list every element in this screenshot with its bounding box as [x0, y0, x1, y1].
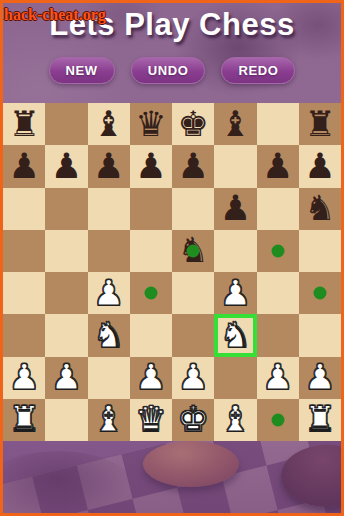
black-queen: ♛: [135, 107, 166, 142]
square-d3[interactable]: [130, 314, 172, 356]
white-pawn: ♟: [177, 360, 208, 395]
black-bishop: ♝: [93, 107, 124, 142]
square-h7[interactable]: ♟: [299, 145, 341, 187]
redo-button[interactable]: REDO: [221, 57, 295, 84]
square-a1[interactable]: ♜: [3, 399, 45, 441]
white-king: ♚: [177, 402, 208, 437]
square-d4[interactable]: [130, 272, 172, 314]
white-queen: ♛: [135, 402, 166, 437]
move-hint-dot: [313, 287, 326, 300]
square-c3[interactable]: ♞: [88, 314, 130, 356]
white-pawn: ♟: [51, 360, 82, 395]
white-pawn: ♟: [8, 360, 39, 395]
square-f2[interactable]: [214, 357, 256, 399]
square-c8[interactable]: ♝: [88, 103, 130, 145]
square-a7[interactable]: ♟: [3, 145, 45, 187]
toolbar: NEW UNDO REDO: [3, 57, 341, 84]
black-pawn: ♟: [8, 149, 39, 184]
square-e5[interactable]: ♞: [172, 230, 214, 272]
square-c7[interactable]: ♟: [88, 145, 130, 187]
square-a3[interactable]: [3, 314, 45, 356]
black-rook: ♜: [304, 107, 335, 142]
square-d7[interactable]: ♟: [130, 145, 172, 187]
white-bishop: ♝: [220, 402, 251, 437]
square-c6[interactable]: [88, 188, 130, 230]
undo-button[interactable]: UNDO: [131, 57, 206, 84]
black-pawn: ♟: [135, 149, 166, 184]
square-g3[interactable]: [257, 314, 299, 356]
square-f7[interactable]: [214, 145, 256, 187]
square-f1[interactable]: ♝: [214, 399, 256, 441]
square-b2[interactable]: ♟: [45, 357, 87, 399]
white-pawn: ♟: [262, 360, 293, 395]
square-b5[interactable]: [45, 230, 87, 272]
square-g2[interactable]: ♟: [257, 357, 299, 399]
watermark: hack-cheat.org: [4, 6, 106, 24]
square-c2[interactable]: [88, 357, 130, 399]
square-f8[interactable]: ♝: [214, 103, 256, 145]
white-pawn: ♟: [135, 360, 166, 395]
square-h4[interactable]: [299, 272, 341, 314]
white-pawn: ♟: [93, 276, 124, 311]
app-screen: Lets Play Chess NEW UNDO REDO ♜♝♛♚♝♜♟♟♟♟…: [0, 0, 344, 516]
square-h6[interactable]: ♞: [299, 188, 341, 230]
square-f5[interactable]: [214, 230, 256, 272]
square-b3[interactable]: [45, 314, 87, 356]
square-e6[interactable]: [172, 188, 214, 230]
square-d1[interactable]: ♛: [130, 399, 172, 441]
photo-purple-overlay: [3, 441, 341, 513]
square-c5[interactable]: [88, 230, 130, 272]
square-f6[interactable]: ♟: [214, 188, 256, 230]
square-h5[interactable]: [299, 230, 341, 272]
chess-board: ♜♝♛♚♝♜♟♟♟♟♟♟♟♟♞♞♟♟♞♞♟♟♟♟♟♟♜♝♛♚♝♜: [3, 103, 341, 441]
square-e1[interactable]: ♚: [172, 399, 214, 441]
square-d2[interactable]: ♟: [130, 357, 172, 399]
white-knight: ♞: [93, 318, 124, 353]
black-knight: ♞: [304, 191, 335, 226]
black-pawn: ♟: [177, 149, 208, 184]
square-b6[interactable]: [45, 188, 87, 230]
black-rook: ♜: [8, 107, 39, 142]
move-hint-dot: [144, 287, 157, 300]
square-f4[interactable]: ♟: [214, 272, 256, 314]
move-hint-dot: [271, 413, 284, 426]
square-a5[interactable]: [3, 230, 45, 272]
square-g6[interactable]: [257, 188, 299, 230]
square-d5[interactable]: [130, 230, 172, 272]
white-knight: ♞: [220, 318, 251, 353]
square-e7[interactable]: ♟: [172, 145, 214, 187]
black-king: ♚: [177, 107, 208, 142]
square-g5[interactable]: [257, 230, 299, 272]
move-hint-dot: [271, 244, 284, 257]
white-pawn: ♟: [220, 276, 251, 311]
black-pawn: ♟: [220, 191, 251, 226]
square-a8[interactable]: ♜: [3, 103, 45, 145]
square-b1[interactable]: [45, 399, 87, 441]
square-b4[interactable]: [45, 272, 87, 314]
square-g1[interactable]: [257, 399, 299, 441]
square-a2[interactable]: ♟: [3, 357, 45, 399]
square-c4[interactable]: ♟: [88, 272, 130, 314]
black-pawn: ♟: [51, 149, 82, 184]
white-rook: ♜: [8, 402, 39, 437]
square-b7[interactable]: ♟: [45, 145, 87, 187]
square-a4[interactable]: [3, 272, 45, 314]
square-g8[interactable]: [257, 103, 299, 145]
square-f3[interactable]: ♞: [214, 314, 256, 356]
square-e2[interactable]: ♟: [172, 357, 214, 399]
white-bishop: ♝: [93, 402, 124, 437]
square-e8[interactable]: ♚: [172, 103, 214, 145]
new-button[interactable]: NEW: [49, 57, 115, 84]
square-g7[interactable]: ♟: [257, 145, 299, 187]
square-h3[interactable]: [299, 314, 341, 356]
square-d8[interactable]: ♛: [130, 103, 172, 145]
square-e4[interactable]: [172, 272, 214, 314]
square-h2[interactable]: ♟: [299, 357, 341, 399]
square-e3[interactable]: [172, 314, 214, 356]
square-c1[interactable]: ♝: [88, 399, 130, 441]
white-pawn: ♟: [304, 360, 335, 395]
square-h1[interactable]: ♜: [299, 399, 341, 441]
square-d6[interactable]: [130, 188, 172, 230]
move-hint-dot: [187, 244, 200, 257]
square-h8[interactable]: ♜: [299, 103, 341, 145]
black-pawn: ♟: [93, 149, 124, 184]
black-pawn: ♟: [262, 149, 293, 184]
square-g4[interactable]: [257, 272, 299, 314]
black-bishop: ♝: [220, 107, 251, 142]
black-pawn: ♟: [304, 149, 335, 184]
square-b8[interactable]: [45, 103, 87, 145]
background-photo-bottom: [3, 441, 341, 513]
square-a6[interactable]: [3, 188, 45, 230]
white-rook: ♜: [304, 402, 335, 437]
